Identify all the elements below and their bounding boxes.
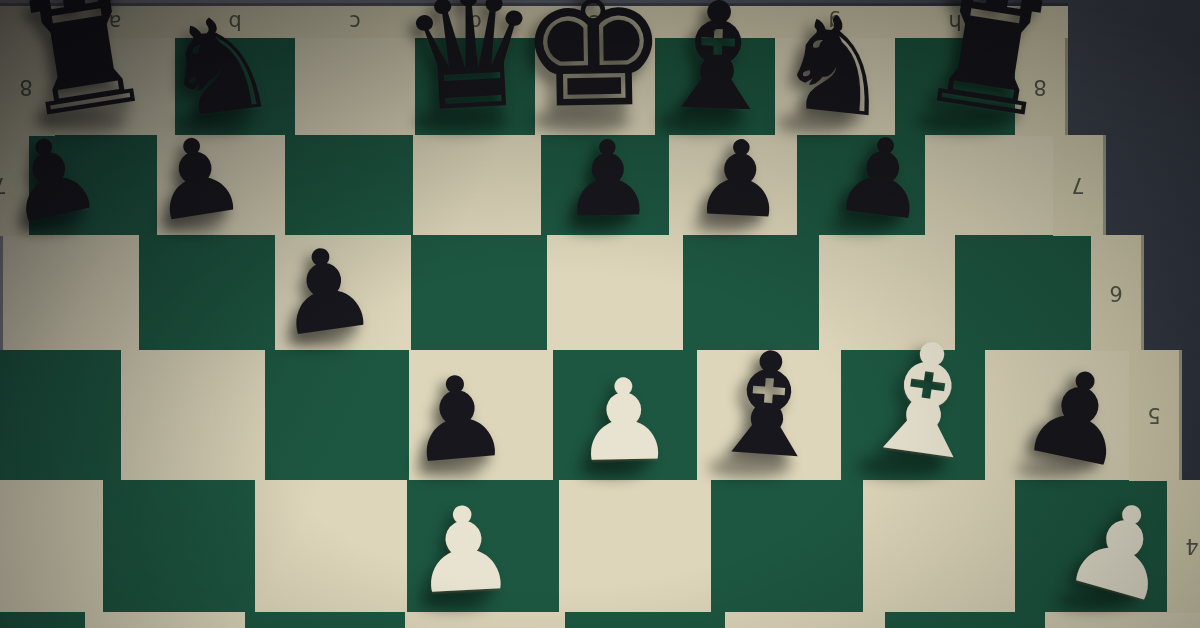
square-f6 [683,235,820,351]
square-b6 [139,235,276,351]
square-e4 [559,480,712,613]
piece-shadow-b7 [160,217,221,233]
square-h3 [1045,612,1200,628]
file-label-a: a [100,9,130,35]
piece-shadow-c6 [287,331,352,348]
piece-shadow-b8 [175,114,250,134]
file-label-c: c [340,9,370,35]
rank-label-right-7: 7 [1063,172,1093,198]
rank-label-right-5: 5 [1139,402,1169,428]
piece-shadow-e7 [565,217,625,233]
square-b5 [121,350,266,481]
piece-shadow-a7 [18,217,79,233]
file-label-g: g [820,9,850,35]
square-b4 [103,480,256,613]
piece-shadow-h8 [917,109,1009,133]
square-c8 [295,38,416,136]
piece-shadow-f8 [658,111,744,133]
square-c7 [285,135,414,236]
square-a6 [3,235,140,351]
square-d3 [405,612,566,628]
file-label-h: h [940,9,970,35]
square-e6 [547,235,684,351]
piece-shadow-h5 [1016,460,1086,478]
square-h6 [955,235,1092,351]
square-d6 [411,235,548,351]
square-a5 [0,350,122,481]
board-top-border [0,6,1068,38]
piece-shadow-g7 [830,217,891,233]
square-e3 [565,612,726,628]
square-a3 [0,612,86,628]
piece-shadow-d8 [415,109,507,133]
square-g3 [885,612,1046,628]
piece-shadow-f5 [708,457,790,478]
square-h7 [925,135,1054,236]
square-f4 [711,480,864,613]
file-label-f: f [700,9,730,35]
piece-shadow-g8 [777,113,854,133]
board-photo: abcdefgh8787654♜♞♛♚♝♞♜♟♟♟♟♟♟♟♟♝♝♟♟♟ [0,0,1200,628]
rank-label-right-6: 6 [1101,280,1131,306]
square-a4 [0,480,104,613]
piece-shadow-f7 [693,217,753,233]
square-c4 [255,480,408,613]
square-c3 [245,612,406,628]
square-f3 [725,612,886,628]
piece-shadow-a8 [35,109,127,133]
rank-label-right-8: 8 [1025,74,1055,100]
piece-shadow-d4 [419,593,486,610]
square-c5 [265,350,410,481]
square-g6 [819,235,956,351]
file-label-b: b [220,9,250,35]
rank-label-right-4: 4 [1177,533,1200,559]
piece-shadow-e8 [532,108,629,133]
rank-label-left-8: 8 [11,74,41,100]
piece-shadow-h4 [1056,592,1126,610]
file-label-e: e [580,9,610,35]
file-label-d: d [460,9,490,35]
square-b3 [85,612,246,628]
piece-shadow-g5 [857,455,945,478]
square-g4 [863,480,1016,613]
rank-label-left-7: 7 [0,172,15,198]
piece-shadow-e5 [579,461,644,478]
square-d7 [413,135,542,236]
piece-shadow-d5 [416,461,482,478]
square-d4 [407,480,560,613]
